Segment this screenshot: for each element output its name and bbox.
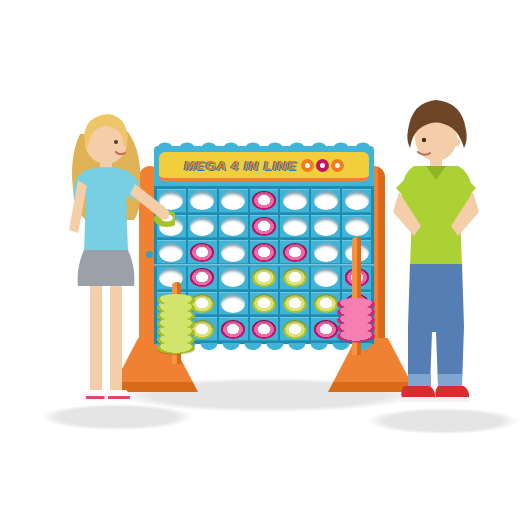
cell-r4c5	[280, 266, 309, 290]
cell-r3c5	[280, 240, 309, 264]
empty-hole	[190, 217, 214, 236]
empty-hole	[345, 191, 369, 210]
cell-r2c2	[188, 215, 217, 239]
cell-r1c2	[188, 189, 217, 213]
banner-inner: MEGA 4 IN LINE	[159, 152, 369, 181]
cell-r4c6	[311, 266, 340, 290]
green-disc	[252, 294, 276, 313]
cell-r6c5	[280, 317, 309, 341]
cell-r5c5	[280, 292, 309, 316]
cell-r6c6	[311, 317, 340, 341]
cell-r4c3	[219, 266, 248, 290]
empty-hole	[314, 191, 338, 210]
ring-icon	[301, 159, 314, 172]
cell-r1c5	[280, 189, 309, 213]
cell-r4c4	[250, 266, 279, 290]
empty-hole	[314, 243, 338, 262]
empty-hole	[283, 217, 307, 236]
empty-hole	[314, 268, 338, 287]
empty-hole	[283, 191, 307, 210]
empty-hole	[221, 243, 245, 262]
magenta-disc	[252, 243, 276, 262]
ring-icon	[316, 159, 329, 172]
banner-rings	[301, 159, 344, 172]
green-disc	[314, 294, 338, 313]
pink-spare-disc	[337, 330, 375, 342]
empty-hole	[345, 217, 369, 236]
boy-jeans	[408, 264, 464, 386]
cell-r5c4	[250, 292, 279, 316]
magenta-disc	[221, 320, 245, 339]
cell-r6c3	[219, 317, 248, 341]
cell-r3c6	[311, 240, 340, 264]
empty-hole	[221, 268, 245, 287]
cell-r2c3	[219, 215, 248, 239]
cell-r1c4	[250, 189, 279, 213]
cell-r1c6	[311, 189, 340, 213]
cell-r3c4	[250, 240, 279, 264]
cell-r1c3	[219, 189, 248, 213]
green-disc	[283, 294, 307, 313]
empty-hole	[221, 191, 245, 210]
right-post-rings	[337, 302, 375, 342]
ring-icon	[331, 159, 344, 172]
boy-shoe	[401, 386, 435, 398]
cell-r5c6	[311, 292, 340, 316]
cell-r2c5	[280, 215, 309, 239]
magenta-disc	[190, 243, 214, 262]
cell-r1c7	[342, 189, 371, 213]
cell-r4c2	[188, 266, 217, 290]
cell-r6c4	[250, 317, 279, 341]
banner-title: MEGA 4 IN LINE	[184, 158, 297, 173]
magenta-disc	[252, 320, 276, 339]
empty-hole	[190, 191, 214, 210]
cell-r5c3	[219, 292, 248, 316]
scene: MEGA 4 IN LINE	[0, 0, 524, 524]
girl-figure	[40, 100, 175, 430]
green-disc	[283, 320, 307, 339]
magenta-disc	[283, 243, 307, 262]
cell-r2c6	[311, 215, 340, 239]
boy-figure	[374, 94, 498, 434]
cell-r3c2	[188, 240, 217, 264]
empty-hole	[314, 217, 338, 236]
girl-eye	[114, 140, 118, 144]
board-seam	[154, 264, 374, 267]
magenta-disc	[252, 191, 276, 210]
magenta-disc	[252, 217, 276, 236]
magenta-disc	[190, 268, 214, 287]
boy-eye	[422, 138, 426, 142]
cell-r3c3	[219, 240, 248, 264]
green-disc	[252, 268, 276, 287]
green-disc	[283, 268, 307, 287]
cell-r2c4	[250, 215, 279, 239]
girl-hand	[159, 209, 170, 220]
girl-skirt	[78, 250, 135, 286]
boy-shoe	[435, 386, 469, 398]
magenta-disc	[314, 320, 338, 339]
cell-r2c7	[342, 215, 371, 239]
empty-hole	[221, 294, 245, 313]
banner: MEGA 4 IN LINE	[154, 146, 374, 186]
empty-hole	[221, 217, 245, 236]
